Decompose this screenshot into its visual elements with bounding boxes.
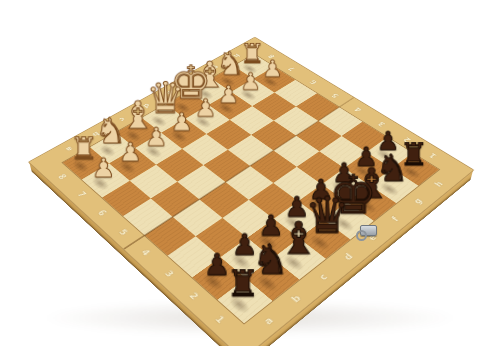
piece-light-p-a7[interactable]: ♟ [87,155,121,182]
piece-dark-r-a1[interactable]: ♜ [223,265,262,301]
metal-clasp-latch [360,225,377,236]
chessboard-grid: ♜♟♟♜♞♟♟♞♝♟♟♝♚♟♟♚♛♟♟♛♝♟♟♝♞♟♟♞♜♟♟♜ [63,54,439,323]
product-photo-scene: 87654321 87654321 hgfedcba hgfedcba ♜♟♟♜… [0,0,500,346]
square-a4[interactable] [145,217,196,256]
